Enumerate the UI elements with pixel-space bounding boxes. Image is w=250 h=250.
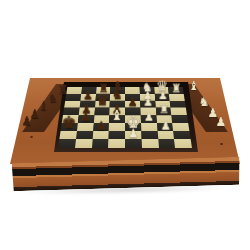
captured-piece-white-b[interactable]: ♝	[189, 80, 200, 92]
captured-piece-white-p[interactable]: ♟	[216, 116, 227, 128]
right-tray-pieces: ♝♞♟♟	[0, 0, 250, 250]
chess-set-photo: ♜♝♞♛♜♟♞♟♟♛♟♟♟♟♜♟♝♟♚♟♚♟♟ ♜♞♝♟♟ ♝♞♟♟	[0, 0, 250, 250]
